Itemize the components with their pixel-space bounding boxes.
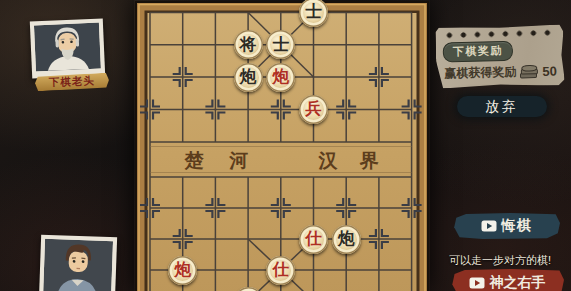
piece-炮-black[interactable]: 炮	[332, 225, 361, 254]
god-hand-hint: 可以走一步对方的棋!	[430, 253, 570, 268]
piece-仕-red[interactable]: 仕	[299, 225, 328, 254]
piece-将-black[interactable]: 将	[234, 30, 263, 59]
piece-士-black[interactable]: 士	[266, 30, 295, 59]
note-perforation	[445, 29, 553, 40]
piece-仕-red[interactable]: 仕	[266, 256, 295, 285]
player-photo	[39, 235, 117, 291]
undo-label: 悔棋	[502, 217, 532, 235]
old-man-avatar	[34, 23, 101, 72]
opponent-photo	[30, 18, 105, 78]
reward-note: 下棋奖励 赢棋获得奖励 50	[435, 24, 565, 88]
give-up-button[interactable]: 放弃	[457, 96, 547, 117]
young-man-avatar	[43, 239, 113, 291]
piece-兵-red[interactable]: 兵	[299, 95, 328, 124]
piece-炮-black[interactable]: 炮	[234, 63, 263, 92]
reward-amount: 50	[542, 64, 557, 79]
piece-unknown-red[interactable]	[234, 287, 263, 291]
god-hand-button[interactable]: 神之右手	[450, 269, 564, 291]
piece-士-black[interactable]: 士	[299, 0, 328, 27]
give-up-label: 放弃	[486, 98, 519, 116]
video-play-icon	[481, 220, 497, 232]
opponent-name: 下棋老头	[49, 74, 95, 90]
undo-move-button[interactable]: 悔棋	[452, 213, 560, 239]
piece-炮-red[interactable]: 炮	[168, 256, 197, 285]
game-screen: 楚 河 汉 界 士将士炮炮兵仕炮炮仕 下棋老头	[0, 0, 571, 291]
reward-line-text: 赢棋获得奖励	[444, 64, 516, 83]
god-hand-label: 神之右手	[490, 274, 546, 291]
banknote-icon	[518, 64, 540, 80]
piece-炮-red[interactable]: 炮	[266, 63, 295, 92]
reward-title-badge: 下棋奖励	[443, 41, 513, 63]
video-play-icon	[469, 277, 485, 289]
